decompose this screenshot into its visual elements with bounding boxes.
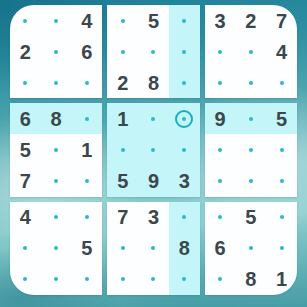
empty-cell-dot-icon (54, 50, 58, 54)
given-digit: 5 (148, 11, 159, 31)
sudoku-board: 426528327468517159395457385681 (10, 5, 297, 295)
cell-r6c5[interactable]: 9 (138, 166, 169, 197)
given-digit: 8 (148, 73, 159, 93)
box-5: 1593 (107, 103, 199, 196)
box-7: 45 (10, 202, 102, 295)
box-2: 528 (107, 5, 199, 98)
cell-r1c3[interactable]: 4 (72, 5, 103, 36)
empty-cell-dot-icon (23, 246, 27, 250)
given-digit: 5 (245, 207, 256, 227)
cell-r7c3[interactable] (72, 202, 103, 233)
empty-cell-dot-icon (280, 246, 284, 250)
empty-cell-dot-icon (85, 277, 89, 281)
cell-r8c4[interactable] (107, 233, 138, 264)
empty-cell-dot-icon (249, 81, 253, 85)
cell-r2c3[interactable]: 6 (72, 36, 103, 67)
empty-cell-dot-icon (249, 148, 253, 152)
cell-r1c9[interactable]: 7 (266, 5, 297, 36)
box-6: 95 (205, 103, 297, 196)
cell-r6c9[interactable] (266, 166, 297, 197)
empty-cell-dot-icon (54, 19, 58, 23)
empty-cell-dot-icon (23, 81, 27, 85)
given-digit: 8 (179, 238, 190, 258)
empty-cell-dot-icon (151, 277, 155, 281)
empty-cell-dot-icon (218, 81, 222, 85)
empty-cell-dot-icon (54, 81, 58, 85)
empty-cell-dot-icon (85, 81, 89, 85)
empty-cell-dot-icon (218, 148, 222, 152)
cell-r9c9[interactable]: 1 (266, 264, 297, 295)
empty-cell-dot-icon (54, 179, 58, 183)
empty-cell-dot-icon (182, 215, 186, 219)
cell-r3c2[interactable] (41, 67, 72, 98)
cell-r3c7[interactable] (205, 67, 236, 98)
given-digit: 5 (81, 238, 92, 258)
cell-r3c5[interactable]: 8 (138, 67, 169, 98)
cell-r3c3[interactable] (72, 67, 103, 98)
given-digit: 3 (214, 11, 225, 31)
given-digit: 5 (276, 109, 287, 129)
empty-cell-dot-icon (280, 179, 284, 183)
given-digit: 6 (20, 109, 31, 129)
cell-r7c4[interactable]: 7 (107, 202, 138, 233)
cell-r6c1[interactable]: 7 (10, 166, 41, 197)
empty-cell-dot-icon (54, 277, 58, 281)
empty-cell-dot-icon (182, 277, 186, 281)
empty-cell-dot-icon (151, 117, 155, 121)
box-8: 738 (107, 202, 199, 295)
given-digit: 8 (245, 269, 256, 289)
cell-r1c4[interactable] (107, 5, 138, 36)
empty-cell-dot-icon (151, 246, 155, 250)
cell-r2c9[interactable]: 4 (266, 36, 297, 67)
empty-cell-dot-icon (85, 117, 89, 121)
cell-r2c4[interactable] (107, 36, 138, 67)
empty-cell-dot-icon (23, 277, 27, 281)
cell-r5c4[interactable] (107, 134, 138, 165)
cell-r6c4[interactable]: 5 (107, 166, 138, 197)
cell-r3c1[interactable] (10, 67, 41, 98)
cell-r9c2[interactable] (41, 264, 72, 295)
empty-cell-dot-icon (23, 19, 27, 23)
cell-r7c2[interactable] (41, 202, 72, 233)
cell-r6c6[interactable]: 3 (169, 166, 200, 197)
box-1: 426 (10, 5, 102, 98)
empty-cell-dot-icon (121, 277, 125, 281)
cell-r7c6[interactable] (169, 202, 200, 233)
cell-r5c5[interactable] (138, 134, 169, 165)
empty-cell-dot-icon (280, 148, 284, 152)
cell-r9c6[interactable] (169, 264, 200, 295)
watercolor-background: 426528327468517159395457385681 (0, 0, 307, 307)
cell-r9c1[interactable] (10, 264, 41, 295)
given-digit: 7 (20, 171, 31, 191)
given-digit: 3 (179, 171, 190, 191)
given-digit: 1 (276, 269, 287, 289)
given-digit: 7 (117, 207, 128, 227)
empty-cell-dot-icon (121, 246, 125, 250)
cell-r1c6[interactable] (169, 5, 200, 36)
cell-r8c9[interactable] (266, 233, 297, 264)
cell-r8c2[interactable] (41, 233, 72, 264)
cell-r6c7[interactable] (205, 166, 236, 197)
cell-r8c5[interactable] (138, 233, 169, 264)
cell-r5c8[interactable] (235, 134, 266, 165)
cell-r8c8[interactable] (235, 233, 266, 264)
selected-cell-r4c6[interactable] (169, 103, 200, 134)
empty-cell-dot-icon (218, 215, 222, 219)
cell-r8c3[interactable]: 5 (72, 233, 103, 264)
cell-r5c3[interactable]: 1 (72, 134, 103, 165)
cell-r7c1[interactable]: 4 (10, 202, 41, 233)
empty-cell-dot-icon (280, 81, 284, 85)
given-digit: 9 (148, 171, 159, 191)
cell-r2c5[interactable] (138, 36, 169, 67)
cell-r7c5[interactable]: 3 (138, 202, 169, 233)
cell-r9c3[interactable] (72, 264, 103, 295)
empty-cell-dot-icon (151, 148, 155, 152)
cell-r8c6[interactable]: 8 (169, 233, 200, 264)
cell-r4c5[interactable] (138, 103, 169, 134)
given-digit: 2 (245, 11, 256, 31)
empty-cell-dot-icon (249, 117, 253, 121)
cell-r4c4[interactable]: 1 (107, 103, 138, 134)
cell-r7c7[interactable] (205, 202, 236, 233)
cell-r1c8[interactable]: 2 (235, 5, 266, 36)
cell-r8c7[interactable]: 6 (205, 233, 236, 264)
box-9: 5681 (205, 202, 297, 295)
empty-cell-dot-icon (121, 19, 125, 23)
cell-r2c2[interactable] (41, 36, 72, 67)
empty-cell-dot-icon (249, 246, 253, 250)
cell-r8c1[interactable] (10, 233, 41, 264)
empty-cell-dot-icon (54, 246, 58, 250)
given-digit: 8 (51, 109, 62, 129)
empty-cell-dot-icon (182, 50, 186, 54)
cell-r4c2[interactable]: 8 (41, 103, 72, 134)
box-4: 68517 (10, 103, 102, 196)
cell-r5c1[interactable]: 5 (10, 134, 41, 165)
cell-r1c2[interactable] (41, 5, 72, 36)
given-digit: 3 (148, 207, 159, 227)
given-digit: 2 (20, 42, 31, 62)
given-digit: 7 (276, 11, 287, 31)
empty-cell-dot-icon (54, 215, 58, 219)
cell-r3c8[interactable] (235, 67, 266, 98)
given-digit: 6 (214, 238, 225, 258)
empty-cell-dot-icon (182, 19, 186, 23)
cell-r7c9[interactable] (266, 202, 297, 233)
empty-cell-dot-icon (182, 148, 186, 152)
cell-r3c4[interactable]: 2 (107, 67, 138, 98)
cell-r4c3[interactable] (72, 103, 103, 134)
empty-cell-dot-icon (249, 50, 253, 54)
cell-r2c6[interactable] (169, 36, 200, 67)
given-digit: 4 (276, 42, 287, 62)
cell-r1c5[interactable]: 5 (138, 5, 169, 36)
cell-r5c2[interactable] (41, 134, 72, 165)
given-digit: 6 (81, 42, 92, 62)
empty-cell-dot-icon (218, 277, 222, 281)
given-digit: 2 (117, 73, 128, 93)
given-digit: 5 (117, 171, 128, 191)
box-3: 3274 (205, 5, 297, 98)
cell-r3c6[interactable] (169, 67, 200, 98)
cell-r6c3[interactable] (72, 166, 103, 197)
cell-r7c8[interactable]: 5 (235, 202, 266, 233)
empty-cell-dot-icon (151, 50, 155, 54)
cell-r6c8[interactable] (235, 166, 266, 197)
cell-r9c8[interactable]: 8 (235, 264, 266, 295)
cell-r4c1[interactable]: 6 (10, 103, 41, 134)
cell-r6c2[interactable] (41, 166, 72, 197)
empty-cell-dot-icon (85, 215, 89, 219)
cell-r3c9[interactable] (266, 67, 297, 98)
cell-r5c7[interactable] (205, 134, 236, 165)
empty-cell-dot-icon (54, 148, 58, 152)
empty-cell-dot-icon (85, 179, 89, 183)
empty-cell-dot-icon (280, 215, 284, 219)
empty-cell-dot-icon (218, 50, 222, 54)
given-digit: 1 (81, 140, 92, 160)
cell-r9c4[interactable] (107, 264, 138, 295)
given-digit: 4 (20, 207, 31, 227)
empty-cell-dot-icon (121, 50, 125, 54)
cell-r1c7[interactable]: 3 (205, 5, 236, 36)
given-digit: 1 (117, 109, 128, 129)
cell-r2c7[interactable] (205, 36, 236, 67)
cell-r2c1[interactable]: 2 (10, 36, 41, 67)
cell-r9c7[interactable] (205, 264, 236, 295)
cell-r2c8[interactable] (235, 36, 266, 67)
cell-r4c9[interactable]: 5 (266, 103, 297, 134)
selection-ring-icon (175, 110, 193, 128)
empty-cell-dot-icon (218, 179, 222, 183)
cell-r4c8[interactable] (235, 103, 266, 134)
given-digit: 9 (214, 109, 225, 129)
cell-r1c1[interactable] (10, 5, 41, 36)
cell-r9c5[interactable] (138, 264, 169, 295)
empty-cell-dot-icon (121, 148, 125, 152)
given-digit: 4 (81, 11, 92, 31)
cell-r5c9[interactable] (266, 134, 297, 165)
given-digit: 5 (20, 140, 31, 160)
empty-cell-dot-icon (249, 179, 253, 183)
empty-cell-dot-icon (182, 81, 186, 85)
cell-r4c7[interactable]: 9 (205, 103, 236, 134)
cell-r5c6[interactable] (169, 134, 200, 165)
